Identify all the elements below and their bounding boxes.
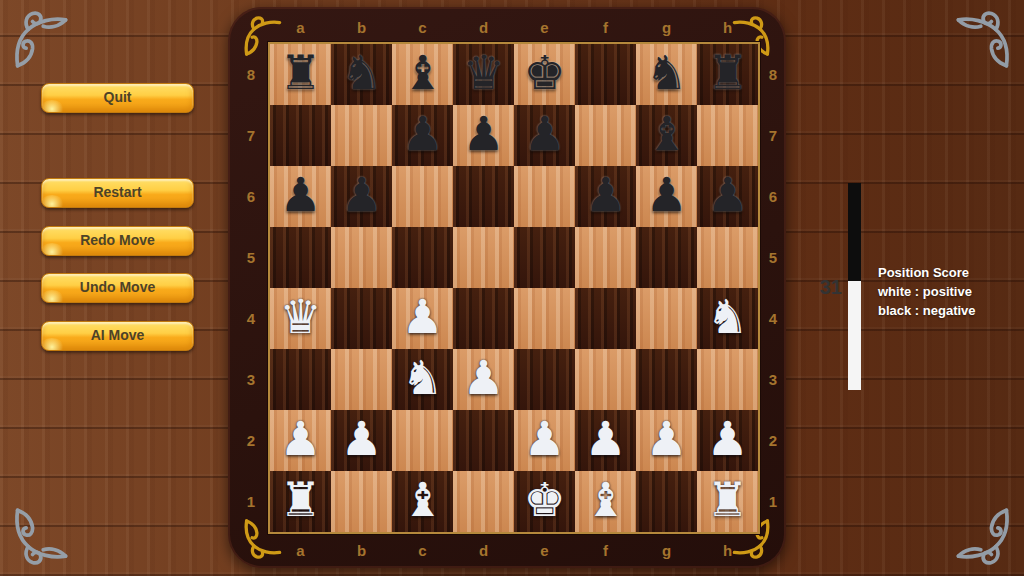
square-c1[interactable]: ♝: [392, 471, 453, 532]
square-e7[interactable]: ♟: [514, 105, 575, 166]
square-g2[interactable]: ♟: [636, 410, 697, 471]
rank-labels-right: 87654321: [760, 44, 786, 532]
rank-label: 1: [238, 471, 264, 532]
square-b3[interactable]: [331, 349, 392, 410]
square-a7[interactable]: [270, 105, 331, 166]
square-d4[interactable]: [453, 288, 514, 349]
corner-flourish-icon: [8, 506, 72, 570]
square-a6[interactable]: ♟: [270, 166, 331, 227]
undo-move-button[interactable]: Undo Move: [41, 273, 194, 303]
square-d6[interactable]: [453, 166, 514, 227]
eval-bar: [848, 183, 861, 390]
square-f7[interactable]: [575, 105, 636, 166]
white-bishop[interactable]: ♝: [584, 476, 626, 523]
square-a1[interactable]: ♜: [270, 471, 331, 532]
square-b7[interactable]: [331, 105, 392, 166]
square-c8[interactable]: ♝: [392, 44, 453, 105]
black-pawn[interactable]: ♟: [584, 171, 626, 218]
square-h1[interactable]: ♜: [697, 471, 758, 532]
square-f4[interactable]: [575, 288, 636, 349]
file-label: b: [331, 16, 392, 40]
file-label: a: [270, 539, 331, 563]
quit-button[interactable]: Quit: [41, 83, 194, 113]
square-h7[interactable]: [697, 105, 758, 166]
position-score-value: 31: [808, 276, 842, 299]
square-f8[interactable]: [575, 44, 636, 105]
rank-label: 3: [760, 349, 786, 410]
rank-label: 8: [760, 44, 786, 105]
white-pawn[interactable]: ♟: [523, 415, 565, 462]
square-d3[interactable]: ♟: [453, 349, 514, 410]
rank-label: 5: [238, 227, 264, 288]
square-h8[interactable]: ♜: [697, 44, 758, 105]
square-g8[interactable]: ♞: [636, 44, 697, 105]
square-d2[interactable]: [453, 410, 514, 471]
square-d1[interactable]: [453, 471, 514, 532]
file-label: c: [392, 539, 453, 563]
white-pawn[interactable]: ♟: [706, 415, 748, 462]
square-b6[interactable]: ♟: [331, 166, 392, 227]
square-c7[interactable]: ♟: [392, 105, 453, 166]
black-rook[interactable]: ♜: [706, 49, 748, 96]
file-label: c: [392, 16, 453, 40]
black-bishop[interactable]: ♝: [401, 49, 443, 96]
file-label: f: [575, 16, 636, 40]
restart-button[interactable]: Restart: [41, 178, 194, 208]
ai-move-button[interactable]: AI Move: [41, 321, 194, 351]
white-pawn[interactable]: ♟: [401, 293, 443, 340]
file-labels-bottom: abcdefgh: [270, 539, 758, 563]
black-pawn[interactable]: ♟: [523, 110, 565, 157]
position-score-legend: Position Score white : positive black : …: [878, 263, 976, 320]
white-pawn[interactable]: ♟: [340, 415, 382, 462]
score-legend-line: black : negative: [878, 301, 976, 320]
white-pawn[interactable]: ♟: [279, 415, 321, 462]
square-h2[interactable]: ♟: [697, 410, 758, 471]
white-rook[interactable]: ♜: [706, 476, 748, 523]
black-rook[interactable]: ♜: [279, 49, 321, 96]
square-f6[interactable]: ♟: [575, 166, 636, 227]
square-a3[interactable]: [270, 349, 331, 410]
white-rook[interactable]: ♜: [279, 476, 321, 523]
square-b8[interactable]: ♞: [331, 44, 392, 105]
file-label: h: [697, 539, 758, 563]
square-a5[interactable]: [270, 227, 331, 288]
file-label: g: [636, 16, 697, 40]
square-e2[interactable]: ♟: [514, 410, 575, 471]
square-d8[interactable]: ♛: [453, 44, 514, 105]
rank-label: 7: [238, 105, 264, 166]
square-c5[interactable]: [392, 227, 453, 288]
square-d7[interactable]: ♟: [453, 105, 514, 166]
file-label: e: [514, 539, 575, 563]
file-label: f: [575, 539, 636, 563]
square-e3[interactable]: [514, 349, 575, 410]
rank-label: 4: [238, 288, 264, 349]
rank-label: 8: [238, 44, 264, 105]
square-h5[interactable]: [697, 227, 758, 288]
square-b5[interactable]: [331, 227, 392, 288]
file-label: b: [331, 539, 392, 563]
square-f2[interactable]: ♟: [575, 410, 636, 471]
file-labels-top: abcdefgh: [270, 16, 758, 40]
file-label: a: [270, 16, 331, 40]
square-h6[interactable]: ♟: [697, 166, 758, 227]
eval-bar-black: [848, 183, 861, 281]
square-d5[interactable]: [453, 227, 514, 288]
black-pawn[interactable]: ♟: [401, 110, 443, 157]
square-b1[interactable]: [331, 471, 392, 532]
corner-flourish-icon: [952, 506, 1016, 570]
rank-label: 3: [238, 349, 264, 410]
square-b2[interactable]: ♟: [331, 410, 392, 471]
square-c6[interactable]: [392, 166, 453, 227]
white-pawn[interactable]: ♟: [645, 415, 687, 462]
file-label: d: [453, 539, 514, 563]
square-f5[interactable]: [575, 227, 636, 288]
square-f3[interactable]: [575, 349, 636, 410]
black-knight[interactable]: ♞: [645, 49, 687, 96]
square-e8[interactable]: ♚: [514, 44, 575, 105]
black-bishop[interactable]: ♝: [645, 110, 687, 157]
corner-flourish-icon: [952, 6, 1016, 70]
board-grid: ♜♞♝♛♚♞♜♟♟♟♝♟♟♟♟♟♛♟♞♞♟♟♟♟♟♟♟♜♝♚♝♜: [268, 42, 760, 534]
rank-label: 4: [760, 288, 786, 349]
square-c2[interactable]: [392, 410, 453, 471]
rank-label: 6: [760, 166, 786, 227]
white-pawn[interactable]: ♟: [462, 354, 504, 401]
file-label: d: [453, 16, 514, 40]
square-g1[interactable]: [636, 471, 697, 532]
black-pawn[interactable]: ♟: [706, 171, 748, 218]
white-knight[interactable]: ♞: [401, 354, 443, 401]
rank-label: 7: [760, 105, 786, 166]
square-f1[interactable]: ♝: [575, 471, 636, 532]
score-legend-line: Position Score: [878, 263, 976, 282]
square-e6[interactable]: [514, 166, 575, 227]
white-pawn[interactable]: ♟: [584, 415, 626, 462]
square-a2[interactable]: ♟: [270, 410, 331, 471]
white-bishop[interactable]: ♝: [401, 476, 443, 523]
black-pawn[interactable]: ♟: [462, 110, 504, 157]
black-pawn[interactable]: ♟: [645, 171, 687, 218]
eval-bar-white: [848, 281, 861, 390]
white-king[interactable]: ♚: [523, 476, 565, 523]
square-e4[interactable]: [514, 288, 575, 349]
square-a8[interactable]: ♜: [270, 44, 331, 105]
black-king[interactable]: ♚: [523, 49, 565, 96]
rank-label: 6: [238, 166, 264, 227]
white-queen[interactable]: ♛: [279, 293, 321, 340]
file-label: h: [697, 16, 758, 40]
white-knight[interactable]: ♞: [706, 293, 748, 340]
rank-label: 5: [760, 227, 786, 288]
square-h4[interactable]: ♞: [697, 288, 758, 349]
file-label: e: [514, 16, 575, 40]
black-queen[interactable]: ♛: [462, 49, 504, 96]
square-g4[interactable]: [636, 288, 697, 349]
square-b4[interactable]: [331, 288, 392, 349]
score-legend-line: white : positive: [878, 282, 976, 301]
black-knight[interactable]: ♞: [340, 49, 382, 96]
square-g3[interactable]: [636, 349, 697, 410]
square-c4[interactable]: ♟: [392, 288, 453, 349]
rank-label: 2: [238, 410, 264, 471]
square-e5[interactable]: [514, 227, 575, 288]
black-pawn[interactable]: ♟: [279, 171, 321, 218]
square-h3[interactable]: [697, 349, 758, 410]
chess-board-frame: abcdefgh abcdefgh 87654321 87654321 ♜♞♝♛…: [228, 7, 786, 568]
rank-label: 2: [760, 410, 786, 471]
square-g7[interactable]: ♝: [636, 105, 697, 166]
redo-move-button[interactable]: Redo Move: [41, 226, 194, 256]
black-pawn[interactable]: ♟: [340, 171, 382, 218]
rank-label: 1: [760, 471, 786, 532]
square-g6[interactable]: ♟: [636, 166, 697, 227]
file-label: g: [636, 539, 697, 563]
square-g5[interactable]: [636, 227, 697, 288]
rank-labels-left: 87654321: [238, 44, 264, 532]
square-e1[interactable]: ♚: [514, 471, 575, 532]
square-a4[interactable]: ♛: [270, 288, 331, 349]
square-c3[interactable]: ♞: [392, 349, 453, 410]
corner-flourish-icon: [8, 6, 72, 70]
